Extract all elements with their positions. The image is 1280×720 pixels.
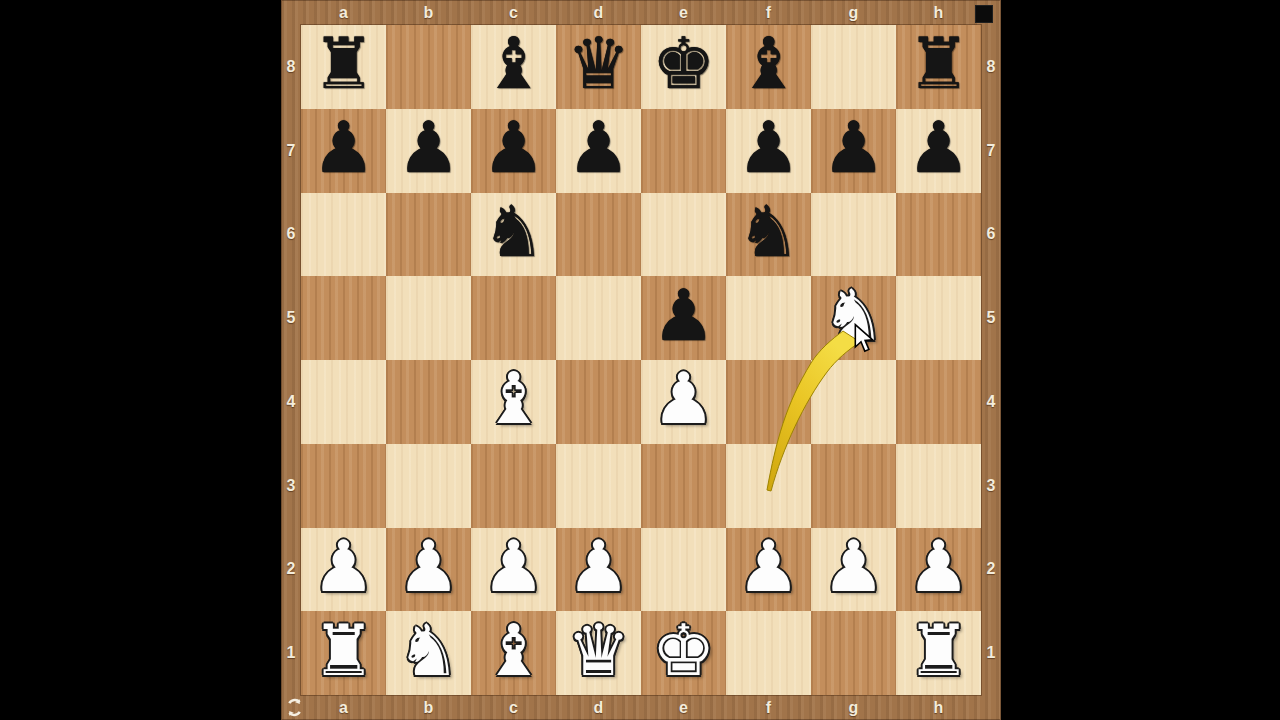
file-label-f: f bbox=[726, 695, 811, 720]
square-h4[interactable] bbox=[896, 360, 981, 444]
rank-label-1: 1 bbox=[981, 611, 1001, 695]
square-a7[interactable]: ♟ bbox=[301, 109, 386, 193]
black-bishop-piece[interactable]: ♝ bbox=[482, 28, 546, 99]
chess-board: abcdefgh abcdefgh 87654321 87654321 ♜♝♛♚… bbox=[281, 0, 1001, 720]
square-d3[interactable] bbox=[556, 444, 641, 528]
square-d8[interactable]: ♛ bbox=[556, 25, 641, 109]
rank-labels-left: 87654321 bbox=[281, 25, 301, 695]
white-king-piece[interactable]: ♚ bbox=[652, 615, 716, 686]
square-e1[interactable]: ♚ bbox=[641, 611, 726, 695]
file-label-h: h bbox=[896, 0, 981, 25]
black-pawn-piece[interactable]: ♟ bbox=[397, 112, 461, 183]
rank-label-1: 1 bbox=[281, 611, 301, 695]
square-e3[interactable] bbox=[641, 444, 726, 528]
rank-label-4: 4 bbox=[981, 360, 1001, 444]
black-pawn-piece[interactable]: ♟ bbox=[737, 112, 801, 183]
white-pawn-piece[interactable]: ♟ bbox=[397, 531, 461, 602]
black-rook-piece[interactable]: ♜ bbox=[312, 28, 376, 99]
black-pawn-piece[interactable]: ♟ bbox=[567, 112, 631, 183]
white-pawn-piece[interactable]: ♟ bbox=[822, 531, 886, 602]
black-pawn-piece[interactable]: ♟ bbox=[907, 112, 971, 183]
square-a3[interactable] bbox=[301, 444, 386, 528]
side-to-move-indicator bbox=[975, 5, 993, 23]
black-pawn-piece[interactable]: ♟ bbox=[652, 280, 716, 351]
file-label-a: a bbox=[301, 0, 386, 25]
square-h1[interactable]: ♜ bbox=[896, 611, 981, 695]
square-d5[interactable] bbox=[556, 276, 641, 360]
square-g4[interactable] bbox=[811, 360, 896, 444]
rank-label-8: 8 bbox=[981, 25, 1001, 109]
square-c1[interactable]: ♝ bbox=[471, 611, 556, 695]
white-pawn-piece[interactable]: ♟ bbox=[482, 531, 546, 602]
square-g7[interactable]: ♟ bbox=[811, 109, 896, 193]
square-b8[interactable] bbox=[386, 25, 471, 109]
file-label-d: d bbox=[556, 695, 641, 720]
square-b7[interactable]: ♟ bbox=[386, 109, 471, 193]
file-label-f: f bbox=[726, 0, 811, 25]
square-a1[interactable]: ♜ bbox=[301, 611, 386, 695]
square-d7[interactable]: ♟ bbox=[556, 109, 641, 193]
black-pawn-piece[interactable]: ♟ bbox=[822, 112, 886, 183]
file-labels-bottom: abcdefgh bbox=[301, 695, 981, 720]
flip-board-icon[interactable] bbox=[285, 698, 304, 717]
square-e6[interactable] bbox=[641, 193, 726, 277]
white-bishop-piece[interactable]: ♝ bbox=[482, 615, 546, 686]
square-f8[interactable]: ♝ bbox=[726, 25, 811, 109]
rank-label-6: 6 bbox=[281, 193, 301, 277]
file-label-a: a bbox=[301, 695, 386, 720]
square-b5[interactable] bbox=[386, 276, 471, 360]
square-f2[interactable]: ♟ bbox=[726, 528, 811, 612]
black-bishop-piece[interactable]: ♝ bbox=[737, 28, 801, 99]
square-a5[interactable] bbox=[301, 276, 386, 360]
file-label-c: c bbox=[471, 0, 556, 25]
square-d4[interactable] bbox=[556, 360, 641, 444]
square-g3[interactable] bbox=[811, 444, 896, 528]
black-pawn-piece[interactable]: ♟ bbox=[312, 112, 376, 183]
white-pawn-piece[interactable]: ♟ bbox=[907, 531, 971, 602]
white-pawn-piece[interactable]: ♟ bbox=[567, 531, 631, 602]
black-pawn-piece[interactable]: ♟ bbox=[482, 112, 546, 183]
square-a2[interactable]: ♟ bbox=[301, 528, 386, 612]
black-rook-piece[interactable]: ♜ bbox=[907, 28, 971, 99]
file-label-d: d bbox=[556, 0, 641, 25]
rank-label-2: 2 bbox=[981, 528, 1001, 612]
square-g8[interactable] bbox=[811, 25, 896, 109]
square-c4[interactable]: ♝ bbox=[471, 360, 556, 444]
square-h7[interactable]: ♟ bbox=[896, 109, 981, 193]
rank-label-7: 7 bbox=[981, 109, 1001, 193]
square-e7[interactable] bbox=[641, 109, 726, 193]
file-label-b: b bbox=[386, 0, 471, 25]
square-h3[interactable] bbox=[896, 444, 981, 528]
black-knight-piece[interactable]: ♞ bbox=[482, 196, 546, 267]
file-label-c: c bbox=[471, 695, 556, 720]
black-knight-piece[interactable]: ♞ bbox=[737, 196, 801, 267]
file-label-b: b bbox=[386, 695, 471, 720]
square-h5[interactable] bbox=[896, 276, 981, 360]
square-g6[interactable] bbox=[811, 193, 896, 277]
square-c6[interactable]: ♞ bbox=[471, 193, 556, 277]
rank-label-7: 7 bbox=[281, 109, 301, 193]
square-d6[interactable] bbox=[556, 193, 641, 277]
white-queen-piece[interactable]: ♛ bbox=[567, 615, 631, 686]
file-label-e: e bbox=[641, 0, 726, 25]
square-f7[interactable]: ♟ bbox=[726, 109, 811, 193]
square-b6[interactable] bbox=[386, 193, 471, 277]
square-b3[interactable] bbox=[386, 444, 471, 528]
rank-label-8: 8 bbox=[281, 25, 301, 109]
file-label-h: h bbox=[896, 695, 981, 720]
file-label-e: e bbox=[641, 695, 726, 720]
white-knight-piece[interactable]: ♞ bbox=[397, 615, 461, 686]
square-d2[interactable]: ♟ bbox=[556, 528, 641, 612]
white-pawn-piece[interactable]: ♟ bbox=[312, 531, 376, 602]
square-c8[interactable]: ♝ bbox=[471, 25, 556, 109]
square-c5[interactable] bbox=[471, 276, 556, 360]
file-label-g: g bbox=[811, 695, 896, 720]
square-c2[interactable]: ♟ bbox=[471, 528, 556, 612]
square-g5[interactable]: ♞ bbox=[811, 276, 896, 360]
white-rook-piece[interactable]: ♜ bbox=[312, 615, 376, 686]
square-a8[interactable]: ♜ bbox=[301, 25, 386, 109]
square-b4[interactable] bbox=[386, 360, 471, 444]
square-e5[interactable]: ♟ bbox=[641, 276, 726, 360]
rank-label-5: 5 bbox=[281, 276, 301, 360]
square-b1[interactable]: ♞ bbox=[386, 611, 471, 695]
board-squares: ♜♝♛♚♝♜♟♟♟♟♟♟♟♞♞♟♞♝♟♟♟♟♟♟♟♟♜♞♝♛♚♜ bbox=[301, 25, 981, 695]
square-h8[interactable]: ♜ bbox=[896, 25, 981, 109]
square-e8[interactable]: ♚ bbox=[641, 25, 726, 109]
square-c3[interactable] bbox=[471, 444, 556, 528]
rank-labels-right: 87654321 bbox=[981, 25, 1001, 695]
square-a6[interactable] bbox=[301, 193, 386, 277]
rank-label-5: 5 bbox=[981, 276, 1001, 360]
white-bishop-piece[interactable]: ♝ bbox=[482, 363, 546, 434]
rank-label-3: 3 bbox=[981, 444, 1001, 528]
square-e2[interactable] bbox=[641, 528, 726, 612]
square-h6[interactable] bbox=[896, 193, 981, 277]
square-e4[interactable]: ♟ bbox=[641, 360, 726, 444]
square-g1[interactable] bbox=[811, 611, 896, 695]
black-queen-piece[interactable]: ♛ bbox=[567, 28, 631, 99]
black-king-piece[interactable]: ♚ bbox=[652, 28, 716, 99]
square-f6[interactable]: ♞ bbox=[726, 193, 811, 277]
rank-label-4: 4 bbox=[281, 360, 301, 444]
white-knight-piece[interactable]: ♞ bbox=[822, 280, 886, 351]
square-c7[interactable]: ♟ bbox=[471, 109, 556, 193]
video-frame: abcdefgh abcdefgh 87654321 87654321 ♜♝♛♚… bbox=[0, 0, 1280, 720]
square-a4[interactable] bbox=[301, 360, 386, 444]
square-d1[interactable]: ♛ bbox=[556, 611, 641, 695]
square-f3[interactable] bbox=[726, 444, 811, 528]
square-g2[interactable]: ♟ bbox=[811, 528, 896, 612]
square-f5[interactable] bbox=[726, 276, 811, 360]
square-f4[interactable] bbox=[726, 360, 811, 444]
white-pawn-piece[interactable]: ♟ bbox=[652, 363, 716, 434]
square-h2[interactable]: ♟ bbox=[896, 528, 981, 612]
rank-label-2: 2 bbox=[281, 528, 301, 612]
square-b2[interactable]: ♟ bbox=[386, 528, 471, 612]
white-rook-piece[interactable]: ♜ bbox=[907, 615, 971, 686]
rank-label-3: 3 bbox=[281, 444, 301, 528]
white-pawn-piece[interactable]: ♟ bbox=[737, 531, 801, 602]
square-f1[interactable] bbox=[726, 611, 811, 695]
file-labels-top: abcdefgh bbox=[301, 0, 981, 25]
rank-label-6: 6 bbox=[981, 193, 1001, 277]
file-label-g: g bbox=[811, 0, 896, 25]
